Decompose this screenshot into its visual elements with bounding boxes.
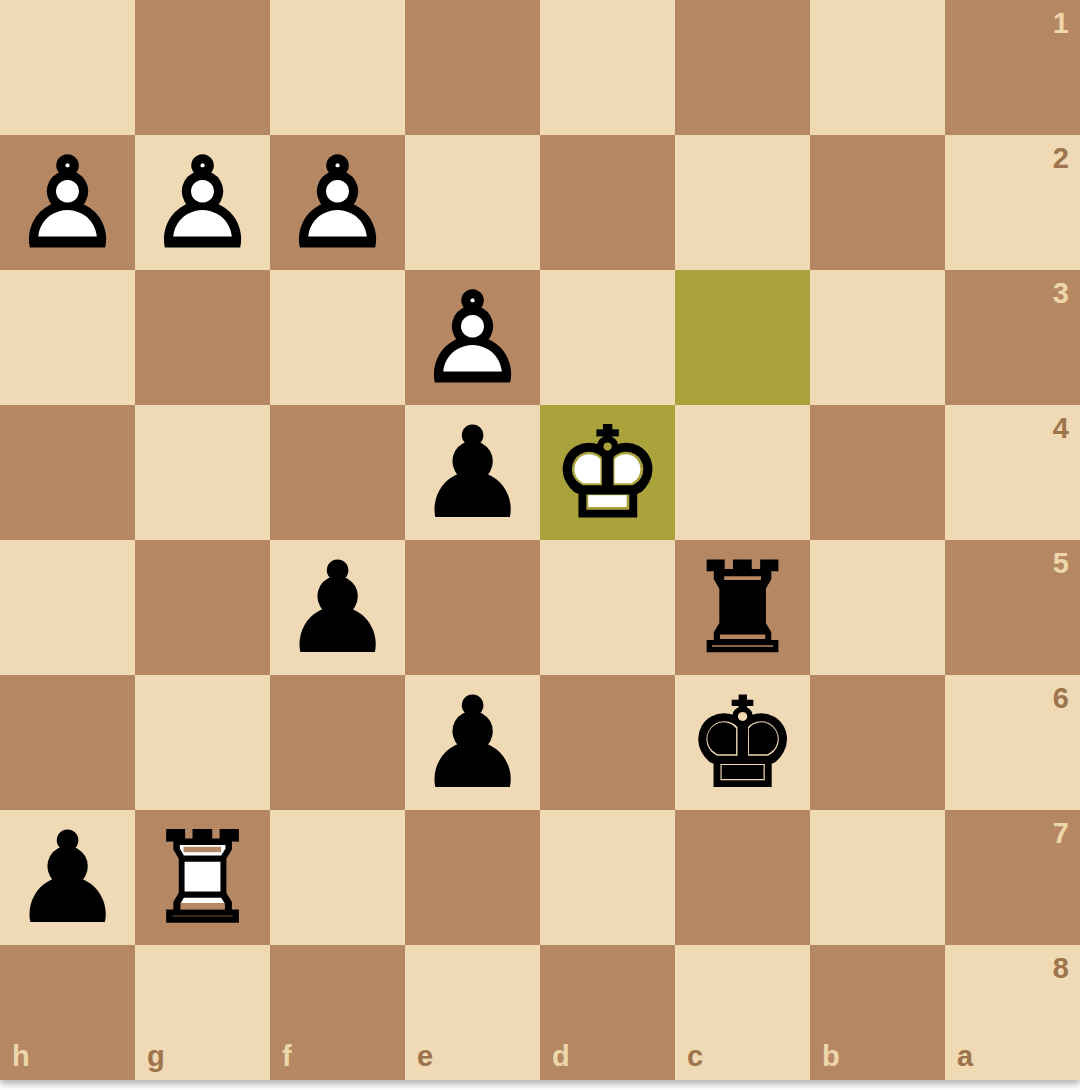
square-d5[interactable] xyxy=(540,540,675,675)
black-king[interactable]: ♚ xyxy=(675,675,810,810)
square-a2[interactable]: 2 xyxy=(945,135,1080,270)
square-g6[interactable] xyxy=(135,675,270,810)
square-e1[interactable] xyxy=(405,0,540,135)
square-g4[interactable] xyxy=(135,405,270,540)
white-pawn-outline-glyph: ♙ xyxy=(135,135,270,270)
square-e3[interactable]: ♟♙ xyxy=(405,270,540,405)
square-f1[interactable] xyxy=(270,0,405,135)
square-c8[interactable]: c xyxy=(675,945,810,1080)
white-rook-outline-glyph: ♖ xyxy=(135,810,270,945)
square-a6[interactable]: 6 xyxy=(945,675,1080,810)
square-c4[interactable] xyxy=(675,405,810,540)
square-e4[interactable]: ♟ xyxy=(405,405,540,540)
square-h2[interactable]: ♟♙ xyxy=(0,135,135,270)
white-pawn-fill-glyph: ♟ xyxy=(407,272,538,403)
black-rook-glyph: ♜ xyxy=(675,540,810,675)
square-d3[interactable] xyxy=(540,270,675,405)
square-a5[interactable]: 5 xyxy=(945,540,1080,675)
square-a8[interactable]: 8a xyxy=(945,945,1080,1080)
rank-label-6: 6 xyxy=(1053,684,1069,713)
square-e5[interactable] xyxy=(405,540,540,675)
square-e8[interactable]: e xyxy=(405,945,540,1080)
square-g8[interactable]: g xyxy=(135,945,270,1080)
square-d4[interactable]: ♚♔ xyxy=(540,405,675,540)
chess-board: 1♟♙♟♙♟♙2♟♙3♟♚♔4♟♜5♟♚6♟♜♖7hgfedcb8a xyxy=(0,0,1080,1080)
file-label-a: a xyxy=(957,1042,973,1071)
black-pawn-glyph: ♟ xyxy=(270,540,405,675)
square-f5[interactable]: ♟ xyxy=(270,540,405,675)
black-rook[interactable]: ♜ xyxy=(675,540,810,675)
white-pawn[interactable]: ♟♙ xyxy=(135,135,270,270)
square-f8[interactable]: f xyxy=(270,945,405,1080)
square-h3[interactable] xyxy=(0,270,135,405)
square-c1[interactable] xyxy=(675,0,810,135)
rank-label-8: 8 xyxy=(1053,954,1069,983)
square-c3[interactable] xyxy=(675,270,810,405)
file-label-c: c xyxy=(687,1042,703,1071)
square-h1[interactable] xyxy=(0,0,135,135)
square-h8[interactable]: h xyxy=(0,945,135,1080)
square-a3[interactable]: 3 xyxy=(945,270,1080,405)
white-pawn[interactable]: ♟♙ xyxy=(405,270,540,405)
square-b6[interactable] xyxy=(810,675,945,810)
white-pawn[interactable]: ♟♙ xyxy=(270,135,405,270)
white-pawn-fill-glyph: ♟ xyxy=(137,137,268,268)
square-d2[interactable] xyxy=(540,135,675,270)
file-label-g: g xyxy=(147,1042,165,1071)
white-rook[interactable]: ♜♖ xyxy=(135,810,270,945)
square-b8[interactable]: b xyxy=(810,945,945,1080)
square-h6[interactable] xyxy=(0,675,135,810)
square-a7[interactable]: 7 xyxy=(945,810,1080,945)
square-c5[interactable]: ♜ xyxy=(675,540,810,675)
square-e2[interactable] xyxy=(405,135,540,270)
square-h5[interactable] xyxy=(0,540,135,675)
square-b4[interactable] xyxy=(810,405,945,540)
square-g2[interactable]: ♟♙ xyxy=(135,135,270,270)
square-c7[interactable] xyxy=(675,810,810,945)
square-a1[interactable]: 1 xyxy=(945,0,1080,135)
square-f2[interactable]: ♟♙ xyxy=(270,135,405,270)
white-pawn-outline-glyph: ♙ xyxy=(0,135,135,270)
square-b7[interactable] xyxy=(810,810,945,945)
rank-label-3: 3 xyxy=(1053,279,1069,308)
white-king[interactable]: ♚♔ xyxy=(540,405,675,540)
rank-label-4: 4 xyxy=(1053,414,1069,443)
white-pawn-outline-glyph: ♙ xyxy=(405,270,540,405)
square-b1[interactable] xyxy=(810,0,945,135)
file-label-b: b xyxy=(822,1042,840,1071)
black-pawn-glyph: ♟ xyxy=(405,405,540,540)
white-pawn[interactable]: ♟♙ xyxy=(0,135,135,270)
square-g7[interactable]: ♜♖ xyxy=(135,810,270,945)
square-c6[interactable]: ♚ xyxy=(675,675,810,810)
square-g3[interactable] xyxy=(135,270,270,405)
black-pawn[interactable]: ♟ xyxy=(405,405,540,540)
square-f4[interactable] xyxy=(270,405,405,540)
square-b3[interactable] xyxy=(810,270,945,405)
square-f3[interactable] xyxy=(270,270,405,405)
file-label-e: e xyxy=(417,1042,433,1071)
white-pawn-outline-glyph: ♙ xyxy=(270,135,405,270)
square-d1[interactable] xyxy=(540,0,675,135)
square-b2[interactable] xyxy=(810,135,945,270)
rank-label-2: 2 xyxy=(1053,144,1069,173)
square-g1[interactable] xyxy=(135,0,270,135)
square-d7[interactable] xyxy=(540,810,675,945)
square-g5[interactable] xyxy=(135,540,270,675)
file-label-f: f xyxy=(282,1042,292,1071)
square-c2[interactable] xyxy=(675,135,810,270)
square-b5[interactable] xyxy=(810,540,945,675)
black-pawn[interactable]: ♟ xyxy=(405,675,540,810)
black-king-glyph: ♚ xyxy=(675,675,810,810)
rank-label-1: 1 xyxy=(1053,9,1069,38)
square-a4[interactable]: 4 xyxy=(945,405,1080,540)
file-label-h: h xyxy=(12,1042,30,1071)
square-h7[interactable]: ♟ xyxy=(0,810,135,945)
rank-label-7: 7 xyxy=(1053,819,1069,848)
square-e6[interactable]: ♟ xyxy=(405,675,540,810)
black-pawn-glyph: ♟ xyxy=(0,810,135,945)
square-f7[interactable] xyxy=(270,810,405,945)
square-f6[interactable] xyxy=(270,675,405,810)
rank-label-5: 5 xyxy=(1053,549,1069,578)
square-h4[interactable] xyxy=(0,405,135,540)
white-rook-fill-glyph: ♜ xyxy=(137,812,268,943)
white-pawn-fill-glyph: ♟ xyxy=(272,137,403,268)
square-e7[interactable] xyxy=(405,810,540,945)
square-d8[interactable]: d xyxy=(540,945,675,1080)
file-label-d: d xyxy=(552,1042,570,1071)
white-king-outline-glyph: ♔ xyxy=(540,405,675,540)
black-pawn-glyph: ♟ xyxy=(405,675,540,810)
page: 1♟♙♟♙♟♙2♟♙3♟♚♔4♟♜5♟♚6♟♜♖7hgfedcb8a xyxy=(0,0,1080,1090)
square-d6[interactable] xyxy=(540,675,675,810)
black-pawn[interactable]: ♟ xyxy=(270,540,405,675)
black-pawn[interactable]: ♟ xyxy=(0,810,135,945)
white-king-fill-glyph: ♚ xyxy=(542,407,673,538)
white-pawn-fill-glyph: ♟ xyxy=(2,137,133,268)
